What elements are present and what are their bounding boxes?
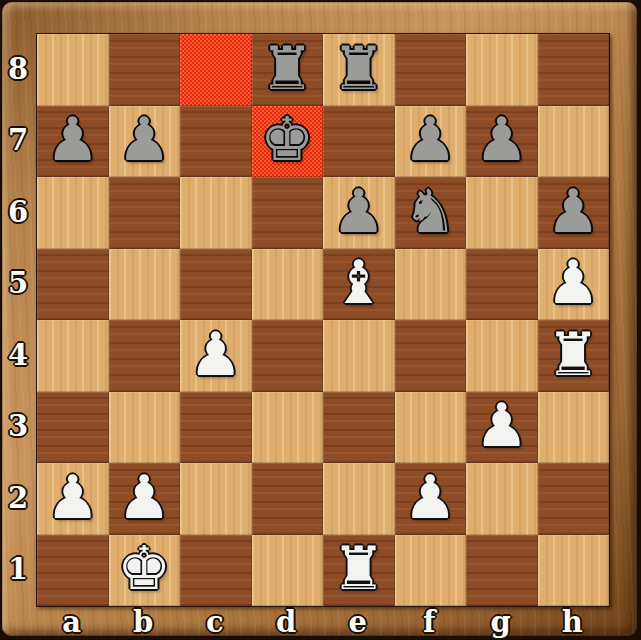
square-g2[interactable]	[466, 463, 538, 535]
rank-label-4: 4	[0, 319, 36, 391]
square-h2[interactable]	[538, 463, 610, 535]
white-pawn-g3[interactable]: ♟	[475, 395, 529, 455]
rank-label-7: 7	[0, 105, 36, 177]
black-pawn-f7[interactable]: ♟	[403, 109, 457, 169]
file-label-e: e	[322, 605, 394, 639]
chess-board[interactable]: ♜♜♟♟♚♟♟♟♞♟♝♟♟♜♟♟♟♟♚♜	[36, 33, 610, 607]
square-b7[interactable]: ♟	[109, 106, 181, 178]
square-a4[interactable]	[37, 320, 109, 392]
square-c4[interactable]: ♟	[180, 320, 252, 392]
square-d1[interactable]	[252, 535, 324, 607]
square-e7[interactable]	[323, 106, 395, 178]
file-labels: abcdefgh	[36, 605, 608, 638]
square-e6[interactable]: ♟	[323, 177, 395, 249]
square-c7[interactable]	[180, 106, 252, 178]
rank-label-3: 3	[0, 391, 36, 463]
square-d4[interactable]	[252, 320, 324, 392]
square-e1[interactable]: ♜	[323, 535, 395, 607]
square-h1[interactable]	[538, 535, 610, 607]
file-label-g: g	[465, 605, 537, 639]
square-f8[interactable]	[395, 34, 467, 106]
white-pawn-c4[interactable]: ♟	[189, 324, 243, 384]
black-knight-f6[interactable]: ♞	[403, 181, 457, 241]
square-g1[interactable]	[466, 535, 538, 607]
square-b8[interactable]	[109, 34, 181, 106]
black-pawn-a7[interactable]: ♟	[46, 109, 100, 169]
square-a3[interactable]	[37, 392, 109, 464]
white-pawn-f2[interactable]: ♟	[403, 467, 457, 527]
square-f3[interactable]	[395, 392, 467, 464]
square-a2[interactable]: ♟	[37, 463, 109, 535]
white-bishop-e5[interactable]: ♝	[332, 252, 386, 312]
rank-label-8: 8	[0, 33, 36, 105]
square-h6[interactable]: ♟	[538, 177, 610, 249]
square-d3[interactable]	[252, 392, 324, 464]
square-a6[interactable]	[37, 177, 109, 249]
file-label-f: f	[394, 605, 466, 639]
square-a8[interactable]	[37, 34, 109, 106]
black-pawn-e6[interactable]: ♟	[332, 181, 386, 241]
white-pawn-a2[interactable]: ♟	[46, 467, 100, 527]
square-b3[interactable]	[109, 392, 181, 464]
square-g5[interactable]	[466, 249, 538, 321]
square-d8[interactable]: ♜	[252, 34, 324, 106]
black-pawn-g7[interactable]: ♟	[475, 109, 529, 169]
square-f1[interactable]	[395, 535, 467, 607]
rank-label-5: 5	[0, 248, 36, 320]
square-d5[interactable]	[252, 249, 324, 321]
white-rook-e1[interactable]: ♜	[332, 538, 386, 598]
white-rook-h4[interactable]: ♜	[546, 324, 600, 384]
square-c3[interactable]	[180, 392, 252, 464]
square-g8[interactable]	[466, 34, 538, 106]
square-e8[interactable]: ♜	[323, 34, 395, 106]
square-e2[interactable]	[323, 463, 395, 535]
file-label-b: b	[108, 605, 180, 639]
square-b2[interactable]: ♟	[109, 463, 181, 535]
square-c8[interactable]	[180, 34, 252, 106]
square-h5[interactable]: ♟	[538, 249, 610, 321]
square-e5[interactable]: ♝	[323, 249, 395, 321]
square-h3[interactable]	[538, 392, 610, 464]
white-pawn-b2[interactable]: ♟	[117, 467, 171, 527]
rank-label-6: 6	[0, 176, 36, 248]
square-c2[interactable]	[180, 463, 252, 535]
file-label-c: c	[179, 605, 251, 639]
white-king-b1[interactable]: ♚	[117, 538, 171, 598]
square-h4[interactable]: ♜	[538, 320, 610, 392]
square-e3[interactable]	[323, 392, 395, 464]
rank-labels: 87654321	[0, 33, 36, 605]
file-label-h: h	[537, 605, 609, 639]
black-rook-e8[interactable]: ♜	[332, 38, 386, 98]
square-g6[interactable]	[466, 177, 538, 249]
black-pawn-h6[interactable]: ♟	[546, 181, 600, 241]
square-a7[interactable]: ♟	[37, 106, 109, 178]
rank-label-2: 2	[0, 462, 36, 534]
square-b5[interactable]	[109, 249, 181, 321]
square-e4[interactable]	[323, 320, 395, 392]
square-g4[interactable]	[466, 320, 538, 392]
file-label-d: d	[251, 605, 323, 639]
square-g7[interactable]: ♟	[466, 106, 538, 178]
square-b1[interactable]: ♚	[109, 535, 181, 607]
square-f6[interactable]: ♞	[395, 177, 467, 249]
black-king-d7[interactable]: ♚	[260, 109, 314, 169]
black-pawn-b7[interactable]: ♟	[117, 109, 171, 169]
square-f4[interactable]	[395, 320, 467, 392]
square-d7[interactable]: ♚	[252, 106, 324, 178]
square-h7[interactable]	[538, 106, 610, 178]
file-label-a: a	[36, 605, 108, 639]
square-f2[interactable]: ♟	[395, 463, 467, 535]
square-a5[interactable]	[37, 249, 109, 321]
square-d2[interactable]	[252, 463, 324, 535]
white-pawn-h5[interactable]: ♟	[546, 252, 600, 312]
chess-app-window: 87654321 ♜♜♟♟♚♟♟♟♞♟♝♟♟♜♟♟♟♟♚♜ abcdefgh	[0, 0, 641, 640]
rank-label-1: 1	[0, 534, 36, 606]
square-b6[interactable]	[109, 177, 181, 249]
square-a1[interactable]	[37, 535, 109, 607]
square-f7[interactable]: ♟	[395, 106, 467, 178]
square-c1[interactable]	[180, 535, 252, 607]
square-d6[interactable]	[252, 177, 324, 249]
square-f5[interactable]	[395, 249, 467, 321]
square-g3[interactable]: ♟	[466, 392, 538, 464]
square-b4[interactable]	[109, 320, 181, 392]
square-c5[interactable]	[180, 249, 252, 321]
square-c6[interactable]	[180, 177, 252, 249]
square-h8[interactable]	[538, 34, 610, 106]
black-rook-d8[interactable]: ♜	[260, 38, 314, 98]
